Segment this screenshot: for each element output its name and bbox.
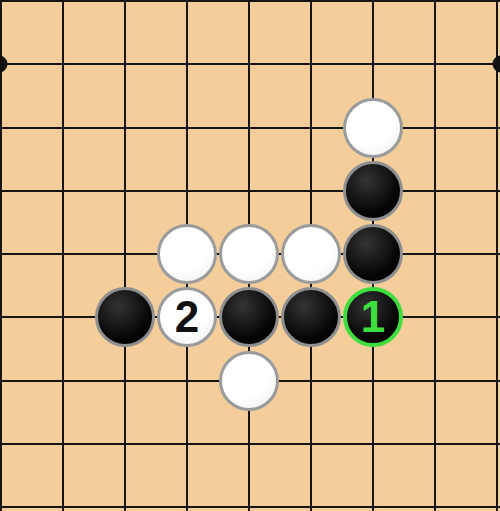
white-stone-move-2: 2	[157, 287, 217, 347]
white-stone	[281, 224, 341, 284]
white-stone	[219, 224, 279, 284]
grid-line-vertical	[434, 0, 436, 511]
grid-line-vertical	[62, 0, 64, 511]
star-point	[0, 56, 8, 73]
grid-line-horizontal	[0, 0, 500, 2]
grid-line-horizontal	[0, 443, 500, 445]
move-number-label: 1	[361, 295, 385, 339]
grid-line-horizontal	[0, 127, 500, 129]
black-stone	[219, 287, 279, 347]
move-number-label: 2	[175, 295, 199, 339]
white-stone	[157, 224, 217, 284]
black-stone	[281, 287, 341, 347]
grid-line-vertical	[0, 0, 2, 511]
grid-line-vertical	[124, 0, 126, 511]
grid-line-horizontal	[0, 506, 500, 508]
black-stone-move-1: 1	[343, 287, 403, 347]
white-stone	[343, 98, 403, 158]
grid-line-horizontal	[0, 63, 500, 65]
black-stone	[95, 287, 155, 347]
white-stone	[219, 351, 279, 411]
black-stone	[343, 224, 403, 284]
black-stone	[343, 161, 403, 221]
grid-line-horizontal	[0, 190, 500, 192]
grid-line-vertical	[496, 0, 498, 511]
star-point	[493, 56, 500, 73]
go-board[interactable]: 21	[0, 0, 500, 511]
